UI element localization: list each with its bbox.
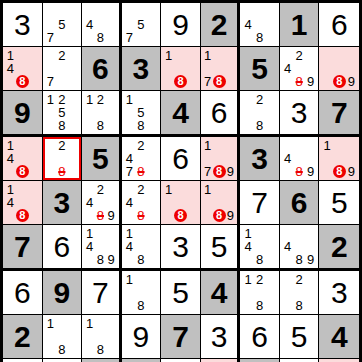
empty-candidate-slot <box>45 119 57 132</box>
candidate-8-circled: 8 <box>16 165 29 178</box>
empty-candidate-slot <box>305 49 317 62</box>
empty-candidate-slot <box>226 139 236 152</box>
cell-r8c8[interactable]: 5 <box>280 315 320 359</box>
candidates-grid: 18 <box>43 315 82 358</box>
cell-r2c5[interactable]: 18 <box>161 47 201 91</box>
cell-r8c7[interactable]: 6 <box>240 315 280 359</box>
empty-candidate-slot <box>282 299 294 312</box>
empty-candidate-slot <box>45 49 57 62</box>
candidates-grid: 28 <box>43 137 82 180</box>
cell-r1c2[interactable]: 57 <box>43 3 83 47</box>
red-circle-highlight: 8 <box>333 75 346 88</box>
candidate-8: 8 <box>95 31 106 44</box>
candidate-9: 9 <box>305 165 317 178</box>
cell-r3c7[interactable]: 28 <box>240 91 280 137</box>
cell-r6c4[interactable]: 148 <box>122 225 162 271</box>
empty-candidate-slot <box>265 93 277 106</box>
candidates-grid: 489 <box>280 137 319 180</box>
cell-r2c9[interactable]: 89 <box>319 47 359 91</box>
given-digit: 4 <box>172 98 189 128</box>
empty-candidate-slot <box>265 240 277 253</box>
empty-candidate-slot <box>68 75 80 88</box>
red-circle-highlight: 8 <box>174 209 187 222</box>
candidate-8-circled: 8 <box>174 209 187 222</box>
red-circle-highlight: 8 <box>213 165 226 178</box>
cell-r5c7[interactable]: 7 <box>240 181 280 225</box>
cell-r8c2[interactable]: 18 <box>43 315 83 359</box>
candidate-1: 1 <box>45 317 57 330</box>
candidate-1: 1 <box>242 273 254 286</box>
empty-candidate-slot <box>213 62 226 75</box>
cell-r4c5[interactable]: 6 <box>161 137 201 181</box>
solved-digit: 5 <box>211 232 228 262</box>
cell-r5c4[interactable]: 248 <box>122 181 162 225</box>
empty-candidate-slot <box>213 183 226 196</box>
empty-candidate-slot <box>95 227 106 240</box>
empty-candidate-slot <box>282 286 294 299</box>
candidate-1: 1 <box>84 93 95 106</box>
candidate-4: 4 <box>282 152 294 165</box>
empty-candidate-slot <box>305 286 317 299</box>
empty-candidate-slot <box>147 209 159 222</box>
cell-r8c6[interactable]: 3 <box>201 315 241 359</box>
empty-candidate-slot <box>265 18 277 31</box>
candidate-2: 2 <box>293 273 305 286</box>
empty-candidate-slot <box>163 62 174 75</box>
empty-candidate-slot <box>29 75 40 88</box>
candidates-grid: 18 <box>161 47 200 90</box>
cell-r4c1[interactable]: 148 <box>3 137 43 181</box>
given-digit: 3 <box>53 188 70 218</box>
empty-candidate-slot <box>242 286 254 299</box>
cell-r5c3[interactable]: 2489 <box>82 181 122 225</box>
cell-r5c5[interactable]: 18 <box>161 181 201 225</box>
candidate-8-eliminated: 8 <box>56 165 68 178</box>
candidate-8: 8 <box>56 343 68 356</box>
empty-candidate-slot <box>45 139 57 152</box>
given-digit: 9 <box>53 278 70 308</box>
solved-digit: 3 <box>291 98 308 128</box>
cell-r8c9[interactable]: 4 <box>319 315 359 359</box>
candidate-4: 4 <box>84 18 95 31</box>
cell-r5c9[interactable]: 5 <box>319 181 359 225</box>
cell-r3c9[interactable]: 7 <box>319 91 359 137</box>
empty-candidate-slot <box>203 196 213 209</box>
cell-r7c9[interactable]: 3 <box>319 271 359 315</box>
empty-candidate-slot <box>187 49 198 62</box>
empty-candidate-slot <box>174 49 187 62</box>
empty-candidate-slot <box>106 18 117 31</box>
empty-candidate-slot <box>147 106 159 119</box>
cell-r3c3[interactable]: 128 <box>82 91 122 137</box>
empty-candidate-slot <box>29 196 40 209</box>
candidate-8-eliminated: 8 <box>95 209 106 222</box>
empty-candidate-slot <box>124 253 136 266</box>
cell-r4c6[interactable]: 1789 <box>201 137 241 181</box>
candidate-8-circled: 8 <box>16 209 29 222</box>
empty-candidate-slot <box>68 119 80 132</box>
cell-r1c9[interactable]: 6 <box>319 3 359 47</box>
empty-candidate-slot <box>187 196 198 209</box>
empty-candidate-slot <box>68 106 80 119</box>
empty-candidate-slot <box>147 196 159 209</box>
empty-candidate-slot <box>106 330 117 343</box>
cell-r4c3[interactable]: 5 <box>82 137 122 181</box>
candidate-8: 8 <box>254 253 266 266</box>
empty-candidate-slot <box>106 5 117 18</box>
candidate-8-circled: 8 <box>213 209 226 222</box>
empty-candidate-slot <box>45 330 57 343</box>
empty-candidate-slot <box>282 165 294 178</box>
empty-candidate-slot <box>147 93 159 106</box>
candidate-8-circled: 8 <box>16 75 29 88</box>
empty-candidate-slot <box>106 183 117 196</box>
sudoku-board: 3574857924816148276318178524898991258128… <box>0 0 362 362</box>
empty-candidate-slot <box>321 152 332 165</box>
empty-candidate-slot <box>265 119 277 132</box>
cell-r2c4[interactable]: 3 <box>122 47 162 91</box>
solved-digit: 3 <box>331 278 348 308</box>
candidate-8: 8 <box>254 31 266 44</box>
red-circle-highlight: 8 <box>16 209 29 222</box>
empty-candidate-slot <box>45 165 57 178</box>
candidate-8-circled: 8 <box>333 165 346 178</box>
cell-r6c5[interactable]: 3 <box>161 225 201 271</box>
cell-r1c4[interactable]: 57 <box>122 3 162 47</box>
empty-candidate-slot <box>56 62 68 75</box>
candidate-7: 7 <box>45 75 57 88</box>
candidate-9: 9 <box>226 209 236 222</box>
empty-candidate-slot <box>321 75 332 88</box>
candidate-4: 4 <box>5 62 16 75</box>
given-digit: 7 <box>331 98 348 128</box>
candidates-grid: 1789 <box>201 137 238 180</box>
empty-candidate-slot <box>84 209 95 222</box>
candidate-9: 9 <box>106 209 117 222</box>
empty-candidate-slot <box>147 299 159 312</box>
empty-candidate-slot <box>147 253 159 266</box>
cell-r6c7[interactable]: 148 <box>240 225 280 271</box>
empty-candidate-slot <box>106 317 117 330</box>
cell-r3c4[interactable]: 158 <box>122 91 162 137</box>
candidates-grid: 18 <box>122 271 161 314</box>
solved-digit: 6 <box>53 232 70 262</box>
empty-candidate-slot <box>29 139 40 152</box>
empty-candidate-slot <box>16 196 29 209</box>
cell-r7c3[interactable]: 7 <box>82 271 122 315</box>
empty-candidate-slot <box>29 62 40 75</box>
empty-candidate-slot <box>16 49 29 62</box>
solved-digit: 5 <box>331 188 348 218</box>
solved-digit: 9 <box>133 322 150 352</box>
cell-r3c8[interactable]: 3 <box>280 91 320 137</box>
given-digit: 3 <box>251 144 268 174</box>
solved-digit: 6 <box>331 10 348 40</box>
empty-candidate-slot <box>16 139 29 152</box>
cell-r1c1[interactable]: 3 <box>3 3 43 47</box>
given-digit: 5 <box>92 144 109 174</box>
empty-candidate-slot <box>124 299 136 312</box>
candidates-grid: 148 <box>240 225 279 268</box>
empty-candidate-slot <box>147 183 159 196</box>
empty-candidate-slot <box>282 273 294 286</box>
cell-r7c8[interactable]: 28 <box>280 271 320 315</box>
empty-candidate-slot <box>68 49 80 62</box>
empty-candidate-slot <box>242 93 254 106</box>
candidate-4: 4 <box>242 18 254 31</box>
candidate-8-eliminated: 8 <box>135 165 147 178</box>
candidate-4: 4 <box>124 240 136 253</box>
given-digit: 6 <box>92 54 109 84</box>
empty-candidate-slot <box>16 183 29 196</box>
candidates-grid: 128 <box>82 91 119 134</box>
empty-candidate-slot <box>84 119 95 132</box>
red-circle-highlight: 8 <box>16 165 29 178</box>
cell-r1c5[interactable]: 9 <box>161 3 201 47</box>
empty-candidate-slot <box>226 49 236 62</box>
red-circle-highlight: 8 <box>213 75 226 88</box>
empty-candidate-slot <box>282 253 294 266</box>
candidates-grid: 1489 <box>82 225 119 268</box>
solved-digit: 3 <box>211 322 228 352</box>
empty-candidate-slot <box>333 62 346 75</box>
empty-candidate-slot <box>5 209 16 222</box>
cell-r4c8[interactable]: 489 <box>280 137 320 181</box>
red-circle-highlight: 8 <box>16 75 29 88</box>
empty-candidate-slot <box>29 165 40 178</box>
cell-r7c4[interactable]: 18 <box>122 271 162 315</box>
cell-r3c6[interactable]: 6 <box>201 91 241 137</box>
empty-candidate-slot <box>321 62 332 75</box>
empty-candidate-slot <box>265 227 277 240</box>
empty-candidate-slot <box>174 62 187 75</box>
solved-digit: 6 <box>14 278 31 308</box>
empty-candidate-slot <box>56 75 68 88</box>
solved-digit: 5 <box>172 278 189 308</box>
cell-r3c5[interactable]: 4 <box>161 91 201 137</box>
empty-candidate-slot <box>5 75 16 88</box>
candidate-9: 9 <box>346 75 357 88</box>
cell-r7c6[interactable]: 4 <box>201 271 241 315</box>
given-digit: 5 <box>251 54 268 84</box>
empty-candidate-slot <box>147 31 159 44</box>
empty-candidate-slot <box>242 31 254 44</box>
empty-candidate-slot <box>213 49 226 62</box>
cell-r6c1[interactable]: 7 <box>3 225 43 271</box>
cell-r6c8[interactable]: 489 <box>280 225 320 271</box>
empty-candidate-slot <box>135 273 147 286</box>
cell-r4c4[interactable]: 2478 <box>122 137 162 181</box>
cell-r2c8[interactable]: 2489 <box>280 47 320 91</box>
empty-candidate-slot <box>321 49 332 62</box>
empty-candidate-slot <box>163 75 174 88</box>
empty-candidate-slot <box>106 106 117 119</box>
empty-candidate-slot <box>56 31 68 44</box>
solved-digit: 3 <box>14 10 31 40</box>
cell-r3c2[interactable]: 1258 <box>43 91 83 137</box>
empty-candidate-slot <box>293 227 305 240</box>
cell-r8c4[interactable]: 9 <box>122 315 162 359</box>
empty-candidate-slot <box>147 139 159 152</box>
empty-candidate-slot <box>124 209 136 222</box>
cell-r8c1[interactable]: 2 <box>3 315 43 359</box>
empty-candidate-slot <box>293 139 305 152</box>
empty-candidate-slot <box>29 183 40 196</box>
candidate-8: 8 <box>254 299 266 312</box>
cell-r3c1[interactable]: 9 <box>3 91 43 137</box>
empty-candidate-slot <box>213 139 226 152</box>
red-circle-highlight: 8 <box>174 75 187 88</box>
candidate-1: 1 <box>163 49 174 62</box>
cell-r2c3[interactable]: 6 <box>82 47 122 91</box>
empty-candidate-slot <box>254 227 266 240</box>
cell-r1c6[interactable]: 2 <box>201 3 241 47</box>
candidate-4: 4 <box>282 240 294 253</box>
empty-candidate-slot <box>163 209 174 222</box>
given-digit: 6 <box>291 188 308 218</box>
empty-candidate-slot <box>187 183 198 196</box>
cell-r4c9[interactable]: 189 <box>319 137 359 181</box>
cell-r1c7[interactable]: 48 <box>240 3 280 47</box>
empty-candidate-slot <box>147 165 159 178</box>
candidates-grid: 189 <box>201 181 238 224</box>
empty-candidate-slot <box>187 209 198 222</box>
candidates-grid: 178 <box>201 47 238 90</box>
empty-candidate-slot <box>16 152 29 165</box>
cell-r5c6[interactable]: 189 <box>201 181 241 225</box>
cell-r1c8[interactable]: 1 <box>280 3 320 47</box>
empty-candidate-slot <box>305 299 317 312</box>
given-digit: 1 <box>291 10 308 40</box>
empty-candidate-slot <box>29 152 40 165</box>
empty-candidate-slot <box>213 196 226 209</box>
empty-candidate-slot <box>68 139 80 152</box>
cell-r4c7[interactable]: 3 <box>240 137 280 181</box>
candidates-grid: 2489 <box>82 181 119 224</box>
candidate-7: 7 <box>45 31 57 44</box>
cell-r7c7[interactable]: 128 <box>240 271 280 315</box>
cell-r8c5[interactable]: 7 <box>161 315 201 359</box>
empty-candidate-slot <box>68 152 80 165</box>
cell-r4c2-selected[interactable]: 28 <box>43 137 83 181</box>
cell-r5c8[interactable]: 6 <box>280 181 320 225</box>
empty-candidate-slot <box>254 5 266 18</box>
empty-candidate-slot <box>106 227 117 240</box>
candidates-grid: 18 <box>82 315 119 358</box>
cell-r7c5[interactable]: 5 <box>161 271 201 315</box>
candidates-grid: 28 <box>280 271 319 314</box>
empty-candidate-slot <box>29 209 40 222</box>
empty-candidate-slot <box>305 227 317 240</box>
candidate-1: 1 <box>124 273 136 286</box>
candidate-8: 8 <box>293 253 305 266</box>
empty-candidate-slot <box>135 31 147 44</box>
candidate-8-circled: 8 <box>213 75 226 88</box>
cell-r5c2[interactable]: 3 <box>43 181 83 225</box>
candidate-2: 2 <box>95 93 106 106</box>
solved-digit: 6 <box>211 98 228 128</box>
candidates-grid: 128 <box>240 271 279 314</box>
given-digit: 9 <box>14 98 31 128</box>
candidate-7: 7 <box>203 75 213 88</box>
empty-candidate-slot <box>135 227 147 240</box>
empty-candidate-slot <box>242 106 254 119</box>
empty-candidate-slot <box>84 343 95 356</box>
empty-candidate-slot <box>265 286 277 299</box>
candidate-8-circled: 8 <box>174 75 187 88</box>
candidates-grid: 158 <box>122 91 161 134</box>
empty-candidate-slot <box>187 75 198 88</box>
cell-r8c3[interactable]: 18 <box>82 315 122 359</box>
candidate-7: 7 <box>124 31 136 44</box>
candidates-grid: 48 <box>82 3 119 46</box>
candidate-1: 1 <box>203 139 213 152</box>
empty-candidate-slot <box>106 31 117 44</box>
empty-candidate-slot <box>282 75 294 88</box>
given-digit: 2 <box>331 232 348 262</box>
empty-candidate-slot <box>321 165 332 178</box>
candidate-2: 2 <box>293 49 305 62</box>
solved-digit: 7 <box>251 188 268 218</box>
cell-r7c1[interactable]: 6 <box>3 271 43 315</box>
candidate-9: 9 <box>106 253 117 266</box>
solved-digit: 6 <box>251 322 268 352</box>
candidates-grid: 148 <box>3 47 42 90</box>
empty-candidate-slot <box>147 286 159 299</box>
candidate-8: 8 <box>135 119 147 132</box>
candidate-8: 8 <box>56 119 68 132</box>
empty-candidate-slot <box>265 299 277 312</box>
empty-candidate-slot <box>124 5 136 18</box>
cell-r6c6[interactable]: 5 <box>201 225 241 271</box>
empty-candidate-slot <box>226 183 236 196</box>
given-digit: 7 <box>14 232 31 262</box>
empty-candidate-slot <box>333 152 346 165</box>
empty-candidate-slot <box>29 49 40 62</box>
empty-candidate-slot <box>305 273 317 286</box>
cell-r2c2[interactable]: 27 <box>43 47 83 91</box>
candidate-9: 9 <box>305 75 317 88</box>
cell-r2c7[interactable]: 5 <box>240 47 280 91</box>
candidates-grid: 28 <box>240 91 279 134</box>
cell-r6c2[interactable]: 6 <box>43 225 83 271</box>
cell-r6c9[interactable]: 2 <box>319 225 359 271</box>
candidates-grid: 89 <box>319 47 359 90</box>
cell-r6c3[interactable]: 1489 <box>82 225 122 271</box>
cell-r7c2[interactable]: 9 <box>43 271 83 315</box>
empty-candidate-slot <box>106 93 117 106</box>
candidate-8-circled: 8 <box>333 75 346 88</box>
empty-candidate-slot <box>84 31 95 44</box>
cell-r5c1[interactable]: 148 <box>3 181 43 225</box>
empty-candidate-slot <box>147 227 159 240</box>
given-digit: 4 <box>331 322 348 352</box>
candidates-grid: 48 <box>240 3 279 46</box>
empty-candidate-slot <box>45 152 57 165</box>
empty-candidate-slot <box>45 5 57 18</box>
empty-candidate-slot <box>45 106 57 119</box>
candidate-7: 7 <box>203 165 213 178</box>
candidates-grid: 1258 <box>43 91 82 134</box>
empty-candidate-slot <box>174 183 187 196</box>
empty-candidate-slot <box>84 253 95 266</box>
candidate-5: 5 <box>56 18 68 31</box>
candidate-2: 2 <box>135 139 147 152</box>
cell-r1c3[interactable]: 48 <box>82 3 122 47</box>
red-circle-highlight: 8 <box>333 165 346 178</box>
cell-r2c1[interactable]: 148 <box>3 47 43 91</box>
cell-r2c6[interactable]: 178 <box>201 47 241 91</box>
